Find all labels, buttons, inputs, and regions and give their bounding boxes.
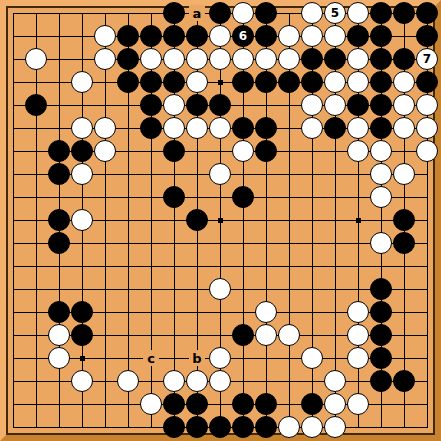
white-stone[interactable] — [94, 140, 116, 162]
white-stone[interactable] — [71, 71, 93, 93]
black-stone[interactable] — [232, 416, 254, 438]
black-stone[interactable] — [209, 94, 231, 116]
white-stone[interactable] — [324, 370, 346, 392]
white-stone[interactable] — [94, 48, 116, 70]
black-stone[interactable] — [232, 393, 254, 415]
black-stone[interactable] — [347, 94, 369, 116]
point-label-a: a — [189, 5, 205, 21]
black-stone[interactable] — [163, 186, 185, 208]
black-stone[interactable] — [48, 232, 70, 254]
star-point — [80, 356, 85, 361]
black-stone[interactable] — [232, 117, 254, 139]
star-point — [356, 218, 361, 223]
black-stone[interactable] — [186, 94, 208, 116]
white-stone[interactable] — [278, 25, 300, 47]
black-stone[interactable] — [255, 140, 277, 162]
black-stone[interactable] — [71, 324, 93, 346]
white-stone[interactable] — [117, 370, 139, 392]
white-stone[interactable] — [209, 25, 231, 47]
white-stone[interactable] — [301, 347, 323, 369]
white-stone[interactable] — [347, 393, 369, 415]
white-stone[interactable] — [370, 232, 392, 254]
black-stone[interactable] — [140, 117, 162, 139]
white-stone[interactable] — [416, 94, 438, 116]
white-stone[interactable] — [163, 117, 185, 139]
black-stone[interactable] — [25, 94, 47, 116]
white-stone[interactable] — [25, 48, 47, 70]
white-stone[interactable] — [416, 117, 438, 139]
white-stone[interactable] — [140, 48, 162, 70]
black-stone[interactable] — [48, 140, 70, 162]
black-stone[interactable] — [117, 48, 139, 70]
white-stone[interactable] — [209, 347, 231, 369]
black-stone[interactable] — [163, 416, 185, 438]
white-stone[interactable] — [48, 324, 70, 346]
black-stone[interactable] — [117, 25, 139, 47]
white-stone[interactable] — [370, 163, 392, 185]
white-stone[interactable] — [255, 48, 277, 70]
white-stone[interactable] — [324, 71, 346, 93]
white-stone[interactable] — [209, 278, 231, 300]
white-stone[interactable] — [301, 117, 323, 139]
black-stone[interactable] — [163, 140, 185, 162]
grid-hline — [13, 266, 428, 267]
black-stone[interactable] — [393, 232, 415, 254]
white-stone[interactable] — [186, 117, 208, 139]
white-stone[interactable] — [347, 347, 369, 369]
black-stone[interactable] — [255, 416, 277, 438]
white-stone[interactable] — [48, 347, 70, 369]
black-stone[interactable] — [370, 117, 392, 139]
black-stone[interactable] — [255, 393, 277, 415]
white-stone[interactable] — [393, 94, 415, 116]
white-stone[interactable] — [301, 2, 323, 24]
white-stone[interactable] — [324, 25, 346, 47]
go-board: 567abc — [0, 0, 441, 441]
white-stone[interactable] — [393, 117, 415, 139]
black-stone[interactable] — [232, 71, 254, 93]
black-stone[interactable] — [370, 301, 392, 323]
black-stone[interactable] — [140, 71, 162, 93]
black-stone[interactable] — [186, 416, 208, 438]
white-stone[interactable] — [301, 416, 323, 438]
black-stone[interactable] — [71, 301, 93, 323]
white-stone[interactable] — [370, 140, 392, 162]
white-stone-move-7[interactable]: 7 — [416, 48, 438, 70]
white-stone[interactable] — [186, 370, 208, 392]
black-stone[interactable] — [393, 370, 415, 392]
white-stone[interactable] — [255, 324, 277, 346]
white-stone[interactable] — [163, 370, 185, 392]
white-stone[interactable] — [347, 324, 369, 346]
white-stone[interactable] — [347, 301, 369, 323]
grid-hline — [13, 243, 428, 244]
white-stone[interactable] — [278, 324, 300, 346]
black-stone[interactable] — [324, 117, 346, 139]
white-stone[interactable] — [94, 117, 116, 139]
black-stone[interactable] — [117, 71, 139, 93]
white-stone[interactable] — [301, 94, 323, 116]
black-stone[interactable] — [301, 48, 323, 70]
white-stone[interactable] — [393, 71, 415, 93]
white-stone[interactable] — [324, 416, 346, 438]
white-stone[interactable] — [232, 2, 254, 24]
white-stone[interactable] — [209, 117, 231, 139]
white-stone[interactable] — [209, 163, 231, 185]
black-stone[interactable] — [370, 2, 392, 24]
white-stone[interactable] — [140, 393, 162, 415]
black-stone[interactable] — [186, 209, 208, 231]
black-stone[interactable] — [393, 209, 415, 231]
white-stone[interactable] — [255, 301, 277, 323]
black-stone[interactable] — [163, 71, 185, 93]
white-stone[interactable] — [71, 370, 93, 392]
black-stone-move-6[interactable]: 6 — [232, 25, 254, 47]
black-stone[interactable] — [301, 393, 323, 415]
white-stone[interactable] — [186, 48, 208, 70]
white-stone[interactable] — [278, 48, 300, 70]
white-stone[interactable] — [416, 140, 438, 162]
black-stone[interactable] — [393, 2, 415, 24]
black-stone[interactable] — [393, 48, 415, 70]
white-stone[interactable] — [347, 140, 369, 162]
white-stone[interactable] — [347, 71, 369, 93]
black-stone[interactable] — [370, 48, 392, 70]
black-stone[interactable] — [370, 347, 392, 369]
black-stone[interactable] — [416, 2, 438, 24]
white-stone[interactable] — [163, 94, 185, 116]
black-stone[interactable] — [163, 2, 185, 24]
white-stone[interactable] — [347, 117, 369, 139]
black-stone[interactable] — [255, 2, 277, 24]
white-stone[interactable] — [347, 48, 369, 70]
black-stone[interactable] — [255, 25, 277, 47]
black-stone[interactable] — [255, 117, 277, 139]
white-stone[interactable] — [393, 163, 415, 185]
white-stone[interactable] — [94, 25, 116, 47]
black-stone[interactable] — [370, 71, 392, 93]
star-point — [218, 80, 223, 85]
white-stone[interactable] — [209, 48, 231, 70]
black-stone[interactable] — [163, 393, 185, 415]
black-stone[interactable] — [416, 25, 438, 47]
white-stone[interactable] — [163, 48, 185, 70]
white-stone[interactable] — [209, 370, 231, 392]
black-stone[interactable] — [301, 71, 323, 93]
black-stone[interactable] — [370, 370, 392, 392]
black-stone[interactable] — [370, 25, 392, 47]
black-stone[interactable] — [232, 324, 254, 346]
black-stone[interactable] — [71, 140, 93, 162]
white-stone[interactable] — [324, 393, 346, 415]
white-stone[interactable] — [370, 186, 392, 208]
black-stone[interactable] — [48, 301, 70, 323]
black-stone[interactable] — [140, 94, 162, 116]
black-stone[interactable] — [278, 71, 300, 93]
black-stone[interactable] — [347, 25, 369, 47]
black-stone[interactable] — [48, 163, 70, 185]
white-stone[interactable] — [232, 48, 254, 70]
black-stone[interactable] — [255, 71, 277, 93]
point-label-b: b — [189, 350, 205, 366]
black-stone[interactable] — [209, 2, 231, 24]
black-stone[interactable] — [186, 25, 208, 47]
black-stone[interactable] — [163, 25, 185, 47]
black-stone[interactable] — [186, 393, 208, 415]
white-stone[interactable] — [71, 163, 93, 185]
white-stone[interactable] — [324, 94, 346, 116]
white-stone[interactable] — [71, 209, 93, 231]
black-stone[interactable] — [370, 94, 392, 116]
point-label-c: c — [143, 350, 159, 366]
black-stone[interactable] — [324, 48, 346, 70]
star-point — [218, 218, 223, 223]
white-stone[interactable] — [347, 2, 369, 24]
black-stone[interactable] — [370, 278, 392, 300]
black-stone[interactable] — [416, 71, 438, 93]
white-stone[interactable] — [301, 25, 323, 47]
white-stone[interactable] — [278, 416, 300, 438]
white-stone-move-5[interactable]: 5 — [324, 2, 346, 24]
black-stone[interactable] — [370, 324, 392, 346]
black-stone[interactable] — [48, 209, 70, 231]
black-stone[interactable] — [140, 25, 162, 47]
white-stone[interactable] — [232, 140, 254, 162]
black-stone[interactable] — [209, 416, 231, 438]
white-stone[interactable] — [186, 71, 208, 93]
black-stone[interactable] — [232, 186, 254, 208]
white-stone[interactable] — [71, 117, 93, 139]
